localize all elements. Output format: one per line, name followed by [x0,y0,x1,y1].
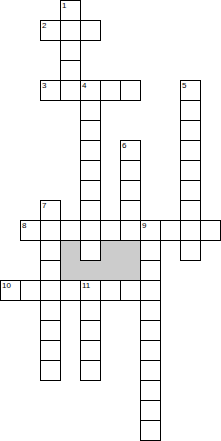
cell-r7c4[interactable] [80,140,101,161]
cell-r6c9[interactable] [180,120,201,141]
cell-r7c6[interactable]: 6 [120,140,141,161]
cell-r14c2[interactable] [40,280,61,301]
cell-r16c2[interactable] [40,320,61,341]
cell-r17c2[interactable] [40,340,61,361]
cell-r4c9[interactable]: 5 [180,80,201,101]
cell-r10c4[interactable] [80,200,101,221]
cell-r8c6[interactable] [120,160,141,181]
cell-r18c7[interactable] [140,360,161,381]
cell-r3c3[interactable] [60,60,81,81]
clue-number: 5 [182,81,186,90]
cell-r5c9[interactable] [180,100,201,121]
cell-r11c1[interactable]: 8 [20,220,41,241]
cell-r8c9[interactable] [180,160,201,181]
cell-r14c1[interactable] [20,280,41,301]
cell-r12c4[interactable] [80,240,101,261]
cell-r11c4[interactable] [80,220,101,241]
cell-r14c4[interactable]: 11 [80,280,101,301]
cell-r19c7[interactable] [140,380,161,401]
cell-r14c0[interactable]: 10 [0,280,21,301]
clue-number: 10 [2,281,11,290]
shaded-block [60,240,81,261]
cell-r11c2[interactable] [40,220,61,241]
cell-r14c5[interactable] [100,280,121,301]
cell-r12c9[interactable] [180,240,201,261]
cell-r1c4[interactable] [80,20,101,41]
cell-r13c7[interactable] [140,260,161,281]
clue-number: 2 [42,21,46,30]
cell-r4c6[interactable] [120,80,141,101]
cell-r7c9[interactable] [180,140,201,161]
cell-r16c4[interactable] [80,320,101,341]
cell-r0c3[interactable]: 1 [60,0,81,21]
clue-number: 6 [122,141,126,150]
cell-r11c3[interactable] [60,220,81,241]
clue-number: 7 [42,201,46,210]
cell-r15c2[interactable] [40,300,61,321]
cell-r4c5[interactable] [100,80,121,101]
shaded-block [100,240,121,261]
cell-r4c4[interactable]: 4 [80,80,101,101]
cell-r15c7[interactable] [140,300,161,321]
cell-r11c5[interactable] [100,220,121,241]
cell-r1c3[interactable] [60,20,81,41]
clue-number: 9 [142,221,146,230]
cell-r11c7[interactable]: 9 [140,220,161,241]
cell-r16c7[interactable] [140,320,161,341]
cell-r9c4[interactable] [80,180,101,201]
clue-number: 4 [82,81,86,90]
shaded-block [80,260,101,281]
cell-r10c9[interactable] [180,200,201,221]
shaded-block [120,240,141,261]
cell-r14c6[interactable] [120,280,141,301]
cell-r1c2[interactable]: 2 [40,20,61,41]
cell-r17c4[interactable] [80,340,101,361]
clue-number: 1 [62,1,66,10]
cell-r12c7[interactable] [140,240,161,261]
cell-r15c4[interactable] [80,300,101,321]
cell-r11c10[interactable] [200,220,221,241]
cell-r4c2[interactable]: 3 [40,80,61,101]
cell-r4c3[interactable] [60,80,81,101]
cell-r14c3[interactable] [60,280,81,301]
cell-r8c4[interactable] [80,160,101,181]
cell-r5c4[interactable] [80,100,101,121]
cell-r11c9[interactable] [180,220,201,241]
cell-r11c6[interactable] [120,220,141,241]
cell-r10c2[interactable]: 7 [40,200,61,221]
cell-r18c2[interactable] [40,360,61,381]
cell-r9c9[interactable] [180,180,201,201]
cell-r14c7[interactable] [140,280,161,301]
shaded-block [60,260,81,281]
cell-r11c8[interactable] [160,220,181,241]
cell-r20c7[interactable] [140,400,161,421]
cell-r2c3[interactable] [60,40,81,61]
cell-r13c2[interactable] [40,260,61,281]
shaded-block [120,260,141,281]
cell-r18c4[interactable] [80,360,101,381]
clue-number: 11 [82,281,90,290]
cell-r10c6[interactable] [120,200,141,221]
clue-number: 3 [42,81,46,90]
cell-r9c6[interactable] [120,180,141,201]
clue-number: 8 [22,221,26,230]
crossword-grid: 1234567891011 [0,0,221,441]
cell-r21c7[interactable] [140,420,161,441]
cell-r6c4[interactable] [80,120,101,141]
shaded-block [100,260,121,281]
cell-r17c7[interactable] [140,340,161,361]
cell-r12c2[interactable] [40,240,61,261]
